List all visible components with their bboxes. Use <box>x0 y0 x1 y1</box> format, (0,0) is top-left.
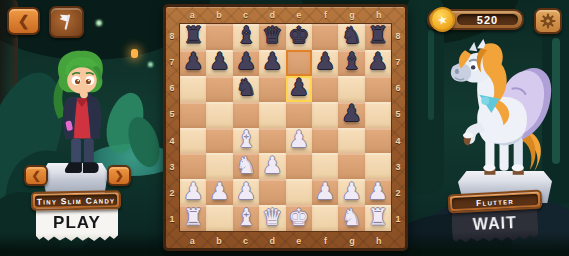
square-d8[interactable]: ♛ <box>259 24 285 50</box>
rank-labels-right: 87654321 <box>392 23 404 232</box>
square-g4[interactable] <box>338 128 364 154</box>
piece-black-queen[interactable]: ♛ <box>262 24 283 47</box>
square-a3[interactable] <box>180 153 206 179</box>
square-d7[interactable]: ♟ <box>259 50 285 76</box>
piece-white-pawn[interactable]: ♟ <box>183 180 204 203</box>
piece-white-bishop[interactable]: ♝ <box>236 128 257 151</box>
file-labels-bottom: abcdefgh <box>179 234 392 247</box>
square-f5[interactable] <box>312 102 338 128</box>
square-g1[interactable]: ♞ <box>338 205 364 231</box>
square-d5[interactable] <box>259 102 285 128</box>
piece-white-pawn[interactable]: ♟ <box>288 128 309 151</box>
rank-label-1: 1 <box>392 206 404 232</box>
square-d6[interactable] <box>259 76 285 102</box>
square-g6[interactable] <box>338 76 364 102</box>
square-h1[interactable]: ♜ <box>365 205 391 231</box>
player-avatar <box>38 46 120 174</box>
piece-black-bishop[interactable]: ♝ <box>236 24 257 47</box>
square-g3[interactable] <box>338 153 364 179</box>
file-labels-top: abcdefgh <box>179 8 392 21</box>
file-label-c: c <box>232 234 259 247</box>
rank-label-8: 8 <box>166 23 178 49</box>
prev-character-button[interactable]: ❮ <box>24 165 48 186</box>
square-d1[interactable]: ♛ <box>259 205 285 231</box>
piece-white-pawn[interactable]: ♟ <box>262 154 283 177</box>
piece-white-rook[interactable]: ♜ <box>368 206 389 229</box>
square-e8[interactable]: ♚ <box>286 24 312 50</box>
square-b2[interactable]: ♟ <box>206 179 232 205</box>
square-a6[interactable] <box>180 76 206 102</box>
piece-black-pawn[interactable]: ♟ <box>236 50 257 73</box>
square-g5[interactable]: ♟ <box>338 102 364 128</box>
square-e2[interactable] <box>286 179 312 205</box>
square-b5[interactable] <box>206 102 232 128</box>
square-f6[interactable] <box>312 76 338 102</box>
piece-white-pawn[interactable]: ♟ <box>209 180 230 203</box>
rank-label-5: 5 <box>392 101 404 127</box>
player-name-plate: Tiny Slim Candy <box>31 190 121 211</box>
opponent-name: Flutter <box>452 194 538 209</box>
rank-label-3: 3 <box>392 154 404 180</box>
square-b4[interactable] <box>206 128 232 154</box>
file-label-b: b <box>206 234 233 247</box>
square-h5[interactable] <box>365 102 391 128</box>
rank-label-6: 6 <box>166 75 178 101</box>
file-label-a: a <box>179 8 206 21</box>
square-h8[interactable]: ♜ <box>365 24 391 50</box>
board-grid: ♜♝♛♚♞♜♟♟♟♟♟♝♟♞♟♟♝♟♞♟♟♟♟♟♟♟♜♝♛♚♞♜ <box>179 23 392 232</box>
square-a2[interactable]: ♟ <box>180 179 206 205</box>
piece-black-pawn[interactable]: ♟ <box>315 50 336 73</box>
square-e7[interactable] <box>286 50 312 76</box>
file-label-e: e <box>286 234 313 247</box>
square-d2[interactable] <box>259 179 285 205</box>
square-e4[interactable]: ♟ <box>286 128 312 154</box>
square-b7[interactable]: ♟ <box>206 50 232 76</box>
rank-label-8: 8 <box>392 23 404 49</box>
rank-label-7: 7 <box>392 49 404 75</box>
player-name: Tiny Slim Candy <box>35 194 117 206</box>
file-label-d: d <box>259 8 286 21</box>
square-c4[interactable]: ♝ <box>233 128 259 154</box>
rank-label-4: 4 <box>392 128 404 154</box>
square-d4[interactable] <box>259 128 285 154</box>
square-a5[interactable] <box>180 102 206 128</box>
chess-game-screen: ❮ ★ 520 abcdefgh <box>0 0 569 256</box>
file-label-h: h <box>365 8 392 21</box>
square-e5[interactable] <box>286 102 312 128</box>
piece-black-pawn[interactable]: ♟ <box>341 102 362 125</box>
rank-label-7: 7 <box>166 49 178 75</box>
file-label-h: h <box>365 234 392 247</box>
square-a1[interactable]: ♜ <box>180 205 206 231</box>
file-label-c: c <box>232 8 259 21</box>
square-h7[interactable]: ♟ <box>365 50 391 76</box>
square-c7[interactable]: ♟ <box>233 50 259 76</box>
piece-white-bishop[interactable]: ♝ <box>236 206 257 229</box>
piece-white-king[interactable]: ♚ <box>288 206 309 229</box>
square-b6[interactable] <box>206 76 232 102</box>
piece-black-pawn[interactable]: ♟ <box>183 50 204 73</box>
square-f7[interactable]: ♟ <box>312 50 338 76</box>
square-f1[interactable] <box>312 205 338 231</box>
piece-white-knight[interactable]: ♞ <box>236 154 257 177</box>
square-c2[interactable]: ♟ <box>233 179 259 205</box>
square-b3[interactable] <box>206 153 232 179</box>
square-h2[interactable]: ♟ <box>365 179 391 205</box>
square-c1[interactable]: ♝ <box>233 205 259 231</box>
square-f8[interactable] <box>312 24 338 50</box>
rank-label-2: 2 <box>166 180 178 206</box>
square-c8[interactable]: ♝ <box>233 24 259 50</box>
chevron-right-icon: ❯ <box>114 169 123 182</box>
file-label-e: e <box>286 8 313 21</box>
play-label: PLAY <box>53 213 101 233</box>
square-a7[interactable]: ♟ <box>180 50 206 76</box>
file-label-g: g <box>339 234 366 247</box>
square-e1[interactable]: ♚ <box>286 205 312 231</box>
piece-white-pawn[interactable]: ♟ <box>368 180 389 203</box>
square-b1[interactable] <box>206 205 232 231</box>
piece-black-knight[interactable]: ♞ <box>341 24 362 47</box>
square-b8[interactable] <box>206 24 232 50</box>
square-a4[interactable] <box>180 128 206 154</box>
piece-white-pawn[interactable]: ♟ <box>315 180 336 203</box>
piece-black-rook[interactable]: ♜ <box>368 24 389 47</box>
rank-label-2: 2 <box>392 180 404 206</box>
piece-black-king[interactable]: ♚ <box>288 24 309 47</box>
file-label-a: a <box>179 234 206 247</box>
rank-label-3: 3 <box>166 154 178 180</box>
piece-black-pawn[interactable]: ♟ <box>209 50 230 73</box>
file-label-f: f <box>312 234 339 247</box>
square-e6[interactable]: ♟ <box>286 76 312 102</box>
square-g8[interactable]: ♞ <box>338 24 364 50</box>
piece-white-knight[interactable]: ♞ <box>341 206 362 229</box>
square-c3[interactable]: ♞ <box>233 153 259 179</box>
piece-black-pawn[interactable]: ♟ <box>368 50 389 73</box>
piece-white-pawn[interactable]: ♟ <box>341 180 362 203</box>
square-f2[interactable]: ♟ <box>312 179 338 205</box>
square-a8[interactable]: ♜ <box>180 24 206 50</box>
opponent-avatar <box>440 38 558 190</box>
file-label-d: d <box>259 234 286 247</box>
chess-board: abcdefgh abcdefgh 87654321 87654321 ♜♝♛♚… <box>163 4 408 251</box>
piece-black-rook[interactable]: ♜ <box>183 24 204 47</box>
square-f3[interactable] <box>312 153 338 179</box>
square-g7[interactable]: ♝ <box>338 50 364 76</box>
rank-label-5: 5 <box>166 101 178 127</box>
square-g2[interactable]: ♟ <box>338 179 364 205</box>
square-d3[interactable]: ♟ <box>259 153 285 179</box>
square-h6[interactable] <box>365 76 391 102</box>
piece-white-rook[interactable]: ♜ <box>183 206 204 229</box>
file-label-g: g <box>339 8 366 21</box>
rank-label-1: 1 <box>166 206 178 232</box>
square-c5[interactable] <box>233 102 259 128</box>
piece-black-bishop[interactable]: ♝ <box>341 50 362 73</box>
piece-black-pawn[interactable]: ♟ <box>262 50 283 73</box>
piece-black-pawn[interactable]: ♟ <box>288 76 309 99</box>
rank-labels-left: 87654321 <box>166 23 178 232</box>
square-h3[interactable] <box>365 153 391 179</box>
next-character-button[interactable]: ❯ <box>107 165 131 186</box>
file-label-b: b <box>206 8 233 21</box>
square-e3[interactable] <box>286 153 312 179</box>
square-c6[interactable]: ♞ <box>233 76 259 102</box>
piece-white-queen[interactable]: ♛ <box>262 206 283 229</box>
chevron-left-icon: ❮ <box>31 169 40 182</box>
piece-white-pawn[interactable]: ♟ <box>236 180 257 203</box>
piece-black-knight[interactable]: ♞ <box>236 76 257 99</box>
file-label-f: f <box>312 8 339 21</box>
wait-label: WAIT <box>472 214 517 234</box>
square-h4[interactable] <box>365 128 391 154</box>
square-f4[interactable] <box>312 128 338 154</box>
rank-label-6: 6 <box>392 75 404 101</box>
rank-label-4: 4 <box>166 128 178 154</box>
